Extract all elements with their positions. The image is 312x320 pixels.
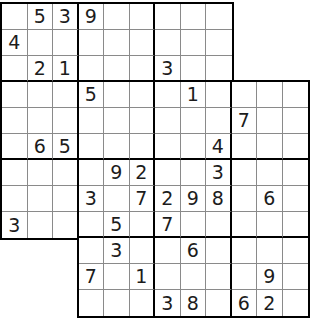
- g2-cell-r3c7[interactable]: [257, 160, 283, 186]
- g2-cell-r7c7[interactable]: 9: [257, 264, 283, 290]
- g2-cell-r1c8[interactable]: [283, 108, 309, 134]
- g2-cell-r1c7[interactable]: [257, 108, 283, 134]
- g1-cell-r2c1[interactable]: 2: [28, 56, 54, 82]
- g2-cell-r0c2[interactable]: [130, 82, 156, 108]
- g2-cell-r5c1[interactable]: 5: [104, 212, 130, 238]
- g1-cell-r2c4[interactable]: [104, 56, 130, 82]
- g1-cell-r1c5[interactable]: [130, 30, 156, 56]
- g2-cell-r0c0[interactable]: 5: [79, 82, 105, 108]
- g1-cell-r1c1[interactable]: [28, 30, 54, 56]
- g2-cell-r6c3[interactable]: [155, 238, 181, 264]
- g2-cell-r0c4[interactable]: 1: [181, 82, 207, 108]
- g2-cell-r8c6[interactable]: 6: [232, 290, 258, 316]
- g2-cell-r1c1[interactable]: [104, 108, 130, 134]
- g2-cell-r8c5[interactable]: [206, 290, 232, 316]
- g1-cell-r2c5[interactable]: [130, 56, 156, 82]
- g1-cell-r7c1[interactable]: [28, 186, 54, 212]
- g2-cell-r6c1[interactable]: 3: [104, 238, 130, 264]
- g1-cell-r0c5[interactable]: [130, 4, 156, 30]
- g1-cell-r0c2[interactable]: 3: [53, 4, 79, 30]
- g2-cell-r3c6[interactable]: [232, 160, 258, 186]
- g2-cell-r2c3[interactable]: [155, 134, 181, 160]
- g2-cell-r0c6[interactable]: [232, 82, 258, 108]
- g2-cell-r7c4[interactable]: [181, 264, 207, 290]
- g1-cell-r0c4[interactable]: [104, 4, 130, 30]
- g2-cell-r1c3[interactable]: [155, 108, 181, 134]
- g2-cell-r1c0[interactable]: [79, 108, 105, 134]
- g1-cell-r2c0[interactable]: [2, 56, 28, 82]
- g2-cell-r6c5[interactable]: [206, 238, 232, 264]
- g1-cell-r0c1[interactable]: 5: [28, 4, 54, 30]
- g2-cell-r4c3[interactable]: 2: [155, 186, 181, 212]
- g1-cell-r8c2[interactable]: [53, 212, 79, 238]
- g2-cell-r6c0[interactable]: [79, 238, 105, 264]
- g2-cell-r0c8[interactable]: [283, 82, 309, 108]
- g2-cell-r2c1[interactable]: [104, 134, 130, 160]
- sudoku-grid-bottom-right: 517492337298657367193862: [77, 80, 311, 318]
- g2-cell-r8c7[interactable]: 2: [257, 290, 283, 316]
- g2-cell-r2c2[interactable]: [130, 134, 156, 160]
- g2-cell-r2c5[interactable]: 4: [206, 134, 232, 160]
- g2-cell-r3c1[interactable]: 9: [104, 160, 130, 186]
- g1-cell-r1c0[interactable]: 4: [2, 30, 28, 56]
- g2-cell-r1c2[interactable]: [130, 108, 156, 134]
- g1-cell-r0c8[interactable]: [206, 4, 232, 30]
- g2-cell-r3c0[interactable]: [79, 160, 105, 186]
- g2-cell-r6c2[interactable]: [130, 238, 156, 264]
- g2-cell-r8c0[interactable]: [79, 290, 105, 316]
- g1-cell-r2c6[interactable]: 3: [155, 56, 181, 82]
- g2-cell-r1c6[interactable]: 7: [232, 108, 258, 134]
- g1-cell-r6c1[interactable]: [28, 160, 54, 186]
- g1-cell-r0c3[interactable]: 9: [79, 4, 105, 30]
- g2-cell-r2c6[interactable]: [232, 134, 258, 160]
- g2-cell-r4c5[interactable]: 8: [206, 186, 232, 212]
- g2-cell-r5c4[interactable]: [181, 212, 207, 238]
- g2-cell-r5c7[interactable]: [257, 212, 283, 238]
- g2-cell-r4c7[interactable]: 6: [257, 186, 283, 212]
- g1-cell-r2c3[interactable]: [79, 56, 105, 82]
- g2-cell-r3c3[interactable]: [155, 160, 181, 186]
- g1-cell-r3c1[interactable]: [28, 82, 54, 108]
- g1-cell-r7c2[interactable]: [53, 186, 79, 212]
- g2-cell-r1c4[interactable]: [181, 108, 207, 134]
- g2-cell-r4c4[interactable]: 9: [181, 186, 207, 212]
- g1-cell-r1c8[interactable]: [206, 30, 232, 56]
- g1-cell-r0c6[interactable]: [155, 4, 181, 30]
- g2-cell-r5c5[interactable]: [206, 212, 232, 238]
- g2-cell-r7c2[interactable]: 1: [130, 264, 156, 290]
- g1-cell-r1c2[interactable]: [53, 30, 79, 56]
- g2-cell-r8c3[interactable]: 3: [155, 290, 181, 316]
- g1-cell-r2c2[interactable]: 1: [53, 56, 79, 82]
- g2-cell-r0c3[interactable]: [155, 82, 181, 108]
- g1-cell-r5c0[interactable]: [2, 134, 28, 160]
- g2-cell-r4c0[interactable]: 3: [79, 186, 105, 212]
- g1-cell-r7c0[interactable]: [2, 186, 28, 212]
- g2-cell-r2c4[interactable]: [181, 134, 207, 160]
- g2-cell-r8c8[interactable]: [283, 290, 309, 316]
- g2-cell-r5c3[interactable]: 7: [155, 212, 181, 238]
- g2-cell-r8c1[interactable]: [104, 290, 130, 316]
- g1-cell-r5c1[interactable]: 6: [28, 134, 54, 160]
- g2-cell-r2c7[interactable]: [257, 134, 283, 160]
- g1-cell-r1c3[interactable]: [79, 30, 105, 56]
- g2-cell-r0c5[interactable]: [206, 82, 232, 108]
- g2-cell-r6c6[interactable]: [232, 238, 258, 264]
- g1-cell-r2c8[interactable]: [206, 56, 232, 82]
- g1-cell-r0c7[interactable]: [181, 4, 207, 30]
- g1-cell-r6c2[interactable]: [53, 160, 79, 186]
- g1-cell-r4c2[interactable]: [53, 108, 79, 134]
- g1-cell-r8c1[interactable]: [28, 212, 54, 238]
- g2-cell-r2c8[interactable]: [283, 134, 309, 160]
- g2-cell-r3c2[interactable]: 2: [130, 160, 156, 186]
- g2-cell-r5c2[interactable]: [130, 212, 156, 238]
- g2-cell-r3c4[interactable]: [181, 160, 207, 186]
- g2-cell-r8c2[interactable]: [130, 290, 156, 316]
- g1-cell-r3c0[interactable]: [2, 82, 28, 108]
- g2-cell-r7c0[interactable]: 7: [79, 264, 105, 290]
- g2-cell-r7c6[interactable]: [232, 264, 258, 290]
- g2-cell-r1c5[interactable]: [206, 108, 232, 134]
- g1-cell-r5c2[interactable]: 5: [53, 134, 79, 160]
- g2-cell-r5c0[interactable]: [79, 212, 105, 238]
- g2-cell-r0c7[interactable]: [257, 82, 283, 108]
- g1-cell-r0c0[interactable]: [2, 4, 28, 30]
- puzzle-board: 53942135165492337298357 5174923372986573…: [0, 0, 312, 320]
- g1-cell-r4c0[interactable]: [2, 108, 28, 134]
- g2-cell-r6c8[interactable]: [283, 238, 309, 264]
- g2-cell-r4c1[interactable]: [104, 186, 130, 212]
- g2-cell-r5c8[interactable]: [283, 212, 309, 238]
- g2-cell-r6c4[interactable]: 6: [181, 238, 207, 264]
- g2-cell-r7c1[interactable]: [104, 264, 130, 290]
- g1-cell-r3c2[interactable]: [53, 82, 79, 108]
- g1-cell-r2c7[interactable]: [181, 56, 207, 82]
- g2-cell-r3c5[interactable]: 3: [206, 160, 232, 186]
- g2-cell-r5c6[interactable]: [232, 212, 258, 238]
- g1-cell-r1c7[interactable]: [181, 30, 207, 56]
- g1-cell-r4c1[interactable]: [28, 108, 54, 134]
- g2-cell-r4c6[interactable]: [232, 186, 258, 212]
- g2-cell-r3c8[interactable]: [283, 160, 309, 186]
- g2-cell-r4c2[interactable]: 7: [130, 186, 156, 212]
- g2-cell-r7c3[interactable]: [155, 264, 181, 290]
- g2-cell-r4c8[interactable]: [283, 186, 309, 212]
- g2-cell-r2c0[interactable]: [79, 134, 105, 160]
- g2-cell-r8c4[interactable]: 8: [181, 290, 207, 316]
- g1-cell-r6c0[interactable]: [2, 160, 28, 186]
- g2-cell-r7c8[interactable]: [283, 264, 309, 290]
- g2-cell-r7c5[interactable]: [206, 264, 232, 290]
- g2-cell-r6c7[interactable]: [257, 238, 283, 264]
- g2-cell-r0c1[interactable]: [104, 82, 130, 108]
- g1-cell-r1c4[interactable]: [104, 30, 130, 56]
- g1-cell-r1c6[interactable]: [155, 30, 181, 56]
- g1-cell-r8c0[interactable]: 3: [2, 212, 28, 238]
